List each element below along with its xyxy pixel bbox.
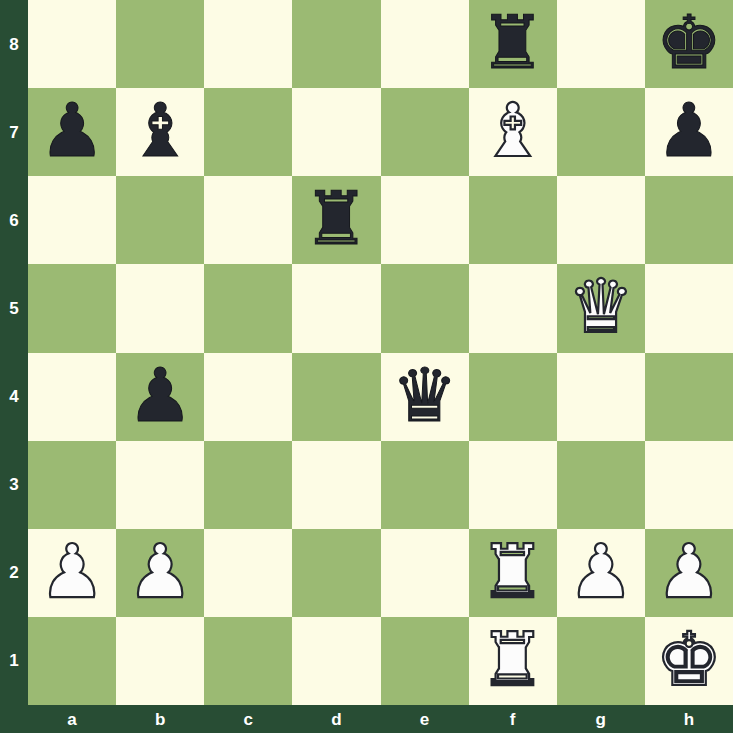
piece-white-queen: ♛︎	[568, 269, 634, 343]
square-b2[interactable]: ♟︎	[116, 529, 204, 617]
square-b7[interactable]: ♝︎	[116, 88, 204, 176]
square-c1[interactable]	[204, 617, 292, 705]
square-a5[interactable]	[28, 264, 116, 352]
square-d1[interactable]	[292, 617, 380, 705]
piece-black-rook: ♜︎	[303, 181, 369, 255]
board-grid: ♜︎♚︎♟︎♝︎♝︎♟︎♜︎♛︎♟︎♛︎♟︎♟︎♜︎♟︎♟︎♜︎♚︎	[28, 0, 733, 705]
piece-white-pawn: ♟︎	[127, 534, 193, 608]
square-b5[interactable]	[116, 264, 204, 352]
square-b6[interactable]	[116, 176, 204, 264]
square-d3[interactable]	[292, 441, 380, 529]
rank-label-6: 6	[0, 176, 28, 264]
square-e6[interactable]	[381, 176, 469, 264]
square-e8[interactable]	[381, 0, 469, 88]
square-e7[interactable]	[381, 88, 469, 176]
square-d4[interactable]	[292, 353, 380, 441]
square-e3[interactable]	[381, 441, 469, 529]
piece-black-queen: ♛︎	[391, 358, 457, 432]
square-g6[interactable]	[557, 176, 645, 264]
square-g2[interactable]: ♟︎	[557, 529, 645, 617]
square-e5[interactable]	[381, 264, 469, 352]
square-h3[interactable]	[645, 441, 733, 529]
square-c8[interactable]	[204, 0, 292, 88]
square-h1[interactable]: ♚︎	[645, 617, 733, 705]
file-label-f: f	[469, 705, 557, 733]
piece-white-pawn: ♟︎	[39, 534, 105, 608]
chess-board: 87654321 ♜︎♚︎♟︎♝︎♝︎♟︎♜︎♛︎♟︎♛︎♟︎♟︎♜︎♟︎♟︎♜…	[0, 0, 733, 733]
square-h5[interactable]	[645, 264, 733, 352]
square-c6[interactable]	[204, 176, 292, 264]
square-d7[interactable]	[292, 88, 380, 176]
square-c4[interactable]	[204, 353, 292, 441]
square-g4[interactable]	[557, 353, 645, 441]
square-c5[interactable]	[204, 264, 292, 352]
file-label-g: g	[557, 705, 645, 733]
square-g8[interactable]	[557, 0, 645, 88]
square-f5[interactable]	[469, 264, 557, 352]
rank-label-7: 7	[0, 88, 28, 176]
square-c7[interactable]	[204, 88, 292, 176]
piece-black-bishop: ♝︎	[127, 93, 193, 167]
file-label-e: e	[381, 705, 469, 733]
square-d2[interactable]	[292, 529, 380, 617]
square-b8[interactable]	[116, 0, 204, 88]
square-e2[interactable]	[381, 529, 469, 617]
board-corner	[0, 705, 28, 733]
square-b1[interactable]	[116, 617, 204, 705]
square-f8[interactable]: ♜︎	[469, 0, 557, 88]
square-c2[interactable]	[204, 529, 292, 617]
square-f2[interactable]: ♜︎	[469, 529, 557, 617]
rank-label-1: 1	[0, 617, 28, 705]
rank-label-5: 5	[0, 264, 28, 352]
square-e1[interactable]	[381, 617, 469, 705]
square-h6[interactable]	[645, 176, 733, 264]
square-b3[interactable]	[116, 441, 204, 529]
piece-black-pawn: ♟︎	[127, 358, 193, 432]
square-g7[interactable]	[557, 88, 645, 176]
square-f3[interactable]	[469, 441, 557, 529]
square-d5[interactable]	[292, 264, 380, 352]
square-f7[interactable]: ♝︎	[469, 88, 557, 176]
piece-black-rook: ♜︎	[480, 5, 546, 79]
square-g5[interactable]: ♛︎	[557, 264, 645, 352]
square-a8[interactable]	[28, 0, 116, 88]
file-label-b: b	[116, 705, 204, 733]
square-b4[interactable]: ♟︎	[116, 353, 204, 441]
square-a3[interactable]	[28, 441, 116, 529]
square-h2[interactable]: ♟︎	[645, 529, 733, 617]
piece-white-pawn: ♟︎	[656, 534, 722, 608]
piece-white-rook: ♜︎	[480, 622, 546, 696]
square-f4[interactable]	[469, 353, 557, 441]
rank-label-8: 8	[0, 0, 28, 88]
square-h4[interactable]	[645, 353, 733, 441]
piece-black-pawn: ♟︎	[39, 93, 105, 167]
file-labels: abcdefgh	[28, 705, 733, 733]
square-h8[interactable]: ♚︎	[645, 0, 733, 88]
piece-white-pawn: ♟︎	[568, 534, 634, 608]
file-label-h: h	[645, 705, 733, 733]
piece-white-bishop: ♝︎	[480, 93, 546, 167]
square-a4[interactable]	[28, 353, 116, 441]
rank-label-2: 2	[0, 529, 28, 617]
square-f6[interactable]	[469, 176, 557, 264]
square-a1[interactable]	[28, 617, 116, 705]
square-d8[interactable]	[292, 0, 380, 88]
piece-white-rook: ♜︎	[480, 534, 546, 608]
square-a7[interactable]: ♟︎	[28, 88, 116, 176]
rank-label-3: 3	[0, 441, 28, 529]
square-c3[interactable]	[204, 441, 292, 529]
square-f1[interactable]: ♜︎	[469, 617, 557, 705]
file-label-a: a	[28, 705, 116, 733]
square-g1[interactable]	[557, 617, 645, 705]
square-h7[interactable]: ♟︎	[645, 88, 733, 176]
square-e4[interactable]: ♛︎	[381, 353, 469, 441]
rank-labels: 87654321	[0, 0, 28, 705]
piece-white-king: ♚︎	[656, 622, 722, 696]
rank-label-4: 4	[0, 353, 28, 441]
square-g3[interactable]	[557, 441, 645, 529]
piece-black-king: ♚︎	[656, 5, 722, 79]
square-d6[interactable]: ♜︎	[292, 176, 380, 264]
square-a2[interactable]: ♟︎	[28, 529, 116, 617]
square-a6[interactable]	[28, 176, 116, 264]
piece-black-pawn: ♟︎	[656, 93, 722, 167]
file-label-c: c	[204, 705, 292, 733]
file-label-d: d	[292, 705, 380, 733]
